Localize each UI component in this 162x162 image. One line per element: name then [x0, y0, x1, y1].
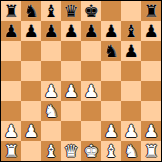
square-a2[interactable]: ♟ — [1, 121, 21, 141]
black-bishop: ♝ — [123, 21, 138, 41]
square-f5[interactable] — [101, 61, 121, 81]
square-b6[interactable] — [21, 41, 41, 61]
black-pawn: ♟ — [143, 21, 158, 41]
square-a5[interactable] — [1, 61, 21, 81]
square-g2[interactable]: ♟ — [121, 121, 141, 141]
chess-board: ♜♞♝♛♚♜♟♟♟♟♟♟♝♟♞♟♟♟♟♞♟♟♟♟♟♜♝♛♚♝♞♜ — [1, 1, 161, 161]
square-h7[interactable]: ♟ — [141, 21, 161, 41]
square-c3[interactable]: ♞ — [41, 101, 61, 121]
square-h3[interactable] — [141, 101, 161, 121]
square-f2[interactable]: ♟ — [101, 121, 121, 141]
black-pawn: ♟ — [3, 21, 18, 41]
square-c5[interactable] — [41, 61, 61, 81]
square-g7[interactable]: ♝ — [121, 21, 141, 41]
white-pawn: ♟ — [123, 121, 138, 141]
square-g6[interactable]: ♟ — [121, 41, 141, 61]
black-bishop: ♝ — [43, 1, 58, 21]
square-d3[interactable] — [61, 101, 81, 121]
white-pawn: ♟ — [43, 81, 58, 101]
black-pawn: ♟ — [103, 21, 118, 41]
white-pawn: ♟ — [23, 121, 38, 141]
black-knight: ♞ — [103, 41, 118, 61]
square-h6[interactable] — [141, 41, 161, 61]
square-g3[interactable] — [121, 101, 141, 121]
black-knight: ♞ — [23, 1, 38, 21]
square-d5[interactable] — [61, 61, 81, 81]
white-rook: ♜ — [3, 141, 18, 161]
square-f1[interactable]: ♝ — [101, 141, 121, 161]
square-a6[interactable] — [1, 41, 21, 61]
square-d8[interactable]: ♛ — [61, 1, 81, 21]
white-queen: ♛ — [63, 141, 78, 161]
black-pawn: ♟ — [123, 41, 138, 61]
black-pawn: ♟ — [83, 21, 98, 41]
square-e6[interactable] — [81, 41, 101, 61]
square-e5[interactable] — [81, 61, 101, 81]
square-b2[interactable]: ♟ — [21, 121, 41, 141]
square-a3[interactable] — [1, 101, 21, 121]
square-d6[interactable] — [61, 41, 81, 61]
square-a8[interactable]: ♜ — [1, 1, 21, 21]
white-knight: ♞ — [43, 101, 58, 121]
square-d7[interactable]: ♟ — [61, 21, 81, 41]
square-g8[interactable] — [121, 1, 141, 21]
square-b1[interactable] — [21, 141, 41, 161]
black-king: ♚ — [83, 1, 98, 21]
square-h1[interactable]: ♜ — [141, 141, 161, 161]
square-g1[interactable]: ♞ — [121, 141, 141, 161]
square-c2[interactable] — [41, 121, 61, 141]
square-c7[interactable]: ♟ — [41, 21, 61, 41]
square-d2[interactable] — [61, 121, 81, 141]
white-king: ♚ — [83, 141, 98, 161]
black-pawn: ♟ — [63, 21, 78, 41]
square-e7[interactable]: ♟ — [81, 21, 101, 41]
black-pawn: ♟ — [23, 21, 38, 41]
black-queen: ♛ — [63, 1, 78, 21]
square-a7[interactable]: ♟ — [1, 21, 21, 41]
square-e2[interactable] — [81, 121, 101, 141]
white-pawn: ♟ — [83, 81, 98, 101]
square-c1[interactable]: ♝ — [41, 141, 61, 161]
square-d1[interactable]: ♛ — [61, 141, 81, 161]
square-f3[interactable] — [101, 101, 121, 121]
white-pawn: ♟ — [143, 121, 158, 141]
square-f4[interactable] — [101, 81, 121, 101]
chess-board-frame: ♜♞♝♛♚♜♟♟♟♟♟♟♝♟♞♟♟♟♟♞♟♟♟♟♟♜♝♛♚♝♞♜ — [0, 0, 162, 162]
black-rook: ♜ — [3, 1, 18, 21]
square-b4[interactable] — [21, 81, 41, 101]
square-c8[interactable]: ♝ — [41, 1, 61, 21]
square-f8[interactable] — [101, 1, 121, 21]
square-e4[interactable]: ♟ — [81, 81, 101, 101]
square-f7[interactable]: ♟ — [101, 21, 121, 41]
white-bishop: ♝ — [43, 141, 58, 161]
square-f6[interactable]: ♞ — [101, 41, 121, 61]
square-e1[interactable]: ♚ — [81, 141, 101, 161]
square-h8[interactable]: ♜ — [141, 1, 161, 21]
square-c6[interactable] — [41, 41, 61, 61]
square-h5[interactable] — [141, 61, 161, 81]
black-pawn: ♟ — [43, 21, 58, 41]
white-bishop: ♝ — [103, 141, 118, 161]
white-pawn: ♟ — [63, 81, 78, 101]
white-pawn: ♟ — [3, 121, 18, 141]
square-h4[interactable] — [141, 81, 161, 101]
white-rook: ♜ — [143, 141, 158, 161]
square-b5[interactable] — [21, 61, 41, 81]
square-e8[interactable]: ♚ — [81, 1, 101, 21]
square-a1[interactable]: ♜ — [1, 141, 21, 161]
square-b3[interactable] — [21, 101, 41, 121]
square-c4[interactable]: ♟ — [41, 81, 61, 101]
black-rook: ♜ — [143, 1, 158, 21]
square-d4[interactable]: ♟ — [61, 81, 81, 101]
square-g5[interactable] — [121, 61, 141, 81]
white-pawn: ♟ — [103, 121, 118, 141]
square-e3[interactable] — [81, 101, 101, 121]
square-g4[interactable] — [121, 81, 141, 101]
square-h2[interactable]: ♟ — [141, 121, 161, 141]
square-a4[interactable] — [1, 81, 21, 101]
white-knight: ♞ — [123, 141, 138, 161]
square-b7[interactable]: ♟ — [21, 21, 41, 41]
square-b8[interactable]: ♞ — [21, 1, 41, 21]
